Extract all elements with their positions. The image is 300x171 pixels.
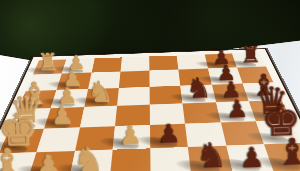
piece-black-pawn-e5: ♟: [157, 121, 181, 148]
square-b5: [149, 70, 180, 87]
piece-white-pawn-e4: ♟: [119, 122, 143, 149]
square-a4: [120, 56, 149, 71]
square-c5: [150, 85, 183, 104]
square-a3: [91, 57, 122, 72]
square-c4: [117, 87, 150, 106]
square-a8: ♜: [232, 53, 266, 68]
square-f4: [110, 149, 151, 171]
piece-black-pawn-f7: ♟: [239, 143, 265, 171]
piece-black-knight-c6: ♞: [186, 74, 212, 103]
piece-white-pawn-f2: ♟: [35, 150, 61, 171]
piece-black-knight-f6: ♞: [195, 138, 227, 171]
square-f8: ♝: [264, 143, 300, 171]
piece-white-rook-a1: ♜: [36, 50, 58, 74]
square-c3: ♞: [84, 88, 119, 107]
square-d3: [80, 106, 117, 128]
square-f6: ♞: [188, 146, 232, 171]
square-d7: ♟: [216, 101, 256, 122]
piece-white-knight-f3: ♞: [73, 142, 105, 171]
square-a5: [149, 56, 178, 71]
square-b4: [119, 71, 150, 88]
square-c6: ♞: [181, 84, 216, 103]
chess-photo-scene: ♜♟♟♜♟♟♝♟♞♞♟♝♛♟♟♛♚♟♟♚♝♟♞♞♟♝♟♟♜♟♟♜: [0, 0, 300, 171]
square-d2: ♟: [44, 107, 84, 129]
perspective-scene: ♜♟♟♜♟♟♝♟♞♞♟♝♛♟♟♛♚♟♟♚♝♟♞♞♟♝♟♟♜♟♟♜: [0, 0, 300, 171]
piece-white-bishop-f1: ♝: [0, 142, 24, 171]
board-grid: ♜♟♟♜♟♟♝♟♞♞♟♝♛♟♟♛♚♟♟♚♝♟♞♞♟♝♟♟♜♟♟♜: [0, 53, 300, 171]
square-e5: ♟: [150, 124, 188, 149]
piece-white-knight-c3: ♞: [87, 77, 113, 106]
piece-black-bishop-f8: ♝: [276, 132, 300, 170]
chess-board: ♜♟♟♜♟♟♝♟♞♞♟♝♛♟♟♛♚♟♟♚♝♟♞♞♟♝♟♟♜♟♟♜: [0, 49, 300, 171]
square-f1: ♝: [0, 152, 37, 171]
piece-black-rook-a8: ♜: [240, 43, 262, 67]
piece-black-pawn-d7: ♟: [226, 97, 248, 122]
square-f3: ♞: [69, 150, 113, 171]
piece-white-pawn-d2: ♟: [51, 103, 73, 128]
